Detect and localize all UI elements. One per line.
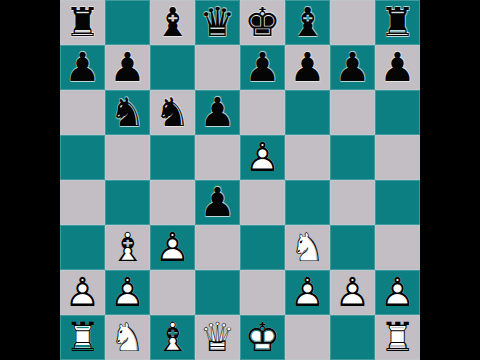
white-pawn-piece[interactable]: ♟♙ (330, 270, 375, 315)
black-pawn-piece[interactable]: ♟ (195, 180, 240, 225)
black-pawn-piece[interactable]: ♟ (375, 45, 420, 90)
white-pawn-piece[interactable]: ♟♙ (375, 270, 420, 315)
square-c1[interactable]: ♝♗ (150, 315, 195, 360)
white-queen-piece[interactable]: ♛♕ (195, 315, 240, 360)
piece-outline-layer: ♙ (330, 270, 375, 315)
square-g6[interactable] (330, 90, 375, 135)
square-g3[interactable] (330, 225, 375, 270)
app-window: ♜♝♛♚♝♜♟♟♟♟♟♟♞♞♟♟♙♟♝♗♟♙♞♘♟♙♟♙♟♙♟♙♟♙♜♖♞♘♝♗… (0, 0, 480, 360)
square-h8[interactable]: ♜ (375, 0, 420, 45)
square-f8[interactable]: ♝ (285, 0, 330, 45)
square-c7[interactable] (150, 45, 195, 90)
black-bishop-piece[interactable]: ♝ (150, 0, 195, 45)
square-b1[interactable]: ♞♘ (105, 315, 150, 360)
square-h7[interactable]: ♟ (375, 45, 420, 90)
square-g5[interactable] (330, 135, 375, 180)
white-pawn-piece[interactable]: ♟♙ (240, 135, 285, 180)
square-b4[interactable] (105, 180, 150, 225)
square-d3[interactable] (195, 225, 240, 270)
piece-outline-layer: ♕ (195, 315, 240, 360)
piece-outline-layer: ♙ (105, 270, 150, 315)
square-h1[interactable]: ♜♖ (375, 315, 420, 360)
square-d1[interactable]: ♛♕ (195, 315, 240, 360)
square-h2[interactable]: ♟♙ (375, 270, 420, 315)
square-e2[interactable] (240, 270, 285, 315)
white-bishop-piece[interactable]: ♝♗ (105, 225, 150, 270)
square-c2[interactable] (150, 270, 195, 315)
white-bishop-piece[interactable]: ♝♗ (150, 315, 195, 360)
square-e7[interactable]: ♟ (240, 45, 285, 90)
square-f6[interactable] (285, 90, 330, 135)
square-b3[interactable]: ♝♗ (105, 225, 150, 270)
white-pawn-piece[interactable]: ♟♙ (60, 270, 105, 315)
square-c8[interactable]: ♝ (150, 0, 195, 45)
square-a2[interactable]: ♟♙ (60, 270, 105, 315)
square-a3[interactable] (60, 225, 105, 270)
piece-outline-layer: ♙ (375, 270, 420, 315)
square-e5[interactable]: ♟♙ (240, 135, 285, 180)
square-a4[interactable] (60, 180, 105, 225)
square-c6[interactable]: ♞ (150, 90, 195, 135)
square-a1[interactable]: ♜♖ (60, 315, 105, 360)
square-c4[interactable] (150, 180, 195, 225)
black-pawn-piece[interactable]: ♟ (240, 45, 285, 90)
white-rook-piece[interactable]: ♜♖ (60, 315, 105, 360)
square-c3[interactable]: ♟♙ (150, 225, 195, 270)
square-g8[interactable] (330, 0, 375, 45)
black-bishop-piece[interactable]: ♝ (285, 0, 330, 45)
square-e1[interactable]: ♚♔ (240, 315, 285, 360)
piece-outline-layer: ♘ (105, 315, 150, 360)
black-pawn-piece[interactable]: ♟ (105, 45, 150, 90)
square-d4[interactable]: ♟ (195, 180, 240, 225)
square-g4[interactable] (330, 180, 375, 225)
square-e6[interactable] (240, 90, 285, 135)
square-h5[interactable] (375, 135, 420, 180)
piece-outline-layer: ♗ (150, 315, 195, 360)
black-king-piece[interactable]: ♚ (240, 0, 285, 45)
black-knight-piece[interactable]: ♞ (105, 90, 150, 135)
square-h4[interactable] (375, 180, 420, 225)
square-a8[interactable]: ♜ (60, 0, 105, 45)
piece-outline-layer: ♙ (60, 270, 105, 315)
black-knight-piece[interactable]: ♞ (150, 90, 195, 135)
square-f5[interactable] (285, 135, 330, 180)
square-c5[interactable] (150, 135, 195, 180)
square-a7[interactable]: ♟ (60, 45, 105, 90)
white-king-piece[interactable]: ♚♔ (240, 315, 285, 360)
square-f1[interactable] (285, 315, 330, 360)
piece-outline-layer: ♗ (105, 225, 150, 270)
square-f2[interactable]: ♟♙ (285, 270, 330, 315)
piece-outline-layer: ♙ (150, 225, 195, 270)
black-rook-piece[interactable]: ♜ (60, 0, 105, 45)
square-e4[interactable] (240, 180, 285, 225)
white-pawn-piece[interactable]: ♟♙ (105, 270, 150, 315)
square-d5[interactable] (195, 135, 240, 180)
square-b5[interactable] (105, 135, 150, 180)
square-b8[interactable] (105, 0, 150, 45)
black-queen-piece[interactable]: ♛ (195, 0, 240, 45)
square-e3[interactable] (240, 225, 285, 270)
square-a6[interactable] (60, 90, 105, 135)
square-h3[interactable] (375, 225, 420, 270)
square-f3[interactable]: ♞♘ (285, 225, 330, 270)
square-b2[interactable]: ♟♙ (105, 270, 150, 315)
white-pawn-piece[interactable]: ♟♙ (285, 270, 330, 315)
square-d2[interactable] (195, 270, 240, 315)
black-pawn-piece[interactable]: ♟ (330, 45, 375, 90)
piece-outline-layer: ♙ (240, 135, 285, 180)
white-knight-piece[interactable]: ♞♘ (285, 225, 330, 270)
square-a5[interactable] (60, 135, 105, 180)
black-rook-piece[interactable]: ♜ (375, 0, 420, 45)
white-pawn-piece[interactable]: ♟♙ (150, 225, 195, 270)
square-g1[interactable] (330, 315, 375, 360)
piece-outline-layer: ♔ (240, 315, 285, 360)
square-g2[interactable]: ♟♙ (330, 270, 375, 315)
square-d6[interactable]: ♟ (195, 90, 240, 135)
square-h6[interactable] (375, 90, 420, 135)
chess-board: ♜♝♛♚♝♜♟♟♟♟♟♟♞♞♟♟♙♟♝♗♟♙♞♘♟♙♟♙♟♙♟♙♟♙♜♖♞♘♝♗… (60, 0, 420, 360)
white-knight-piece[interactable]: ♞♘ (105, 315, 150, 360)
piece-outline-layer: ♖ (375, 315, 420, 360)
black-pawn-piece[interactable]: ♟ (195, 90, 240, 135)
square-g7[interactable]: ♟ (330, 45, 375, 90)
white-rook-piece[interactable]: ♜♖ (375, 315, 420, 360)
piece-outline-layer: ♘ (285, 225, 330, 270)
square-f4[interactable] (285, 180, 330, 225)
square-e8[interactable]: ♚ (240, 0, 285, 45)
black-pawn-piece[interactable]: ♟ (285, 45, 330, 90)
square-b7[interactable]: ♟ (105, 45, 150, 90)
square-f7[interactable]: ♟ (285, 45, 330, 90)
square-b6[interactable]: ♞ (105, 90, 150, 135)
black-pawn-piece[interactable]: ♟ (60, 45, 105, 90)
piece-outline-layer: ♖ (60, 315, 105, 360)
piece-outline-layer: ♙ (285, 270, 330, 315)
square-d7[interactable] (195, 45, 240, 90)
square-d8[interactable]: ♛ (195, 0, 240, 45)
